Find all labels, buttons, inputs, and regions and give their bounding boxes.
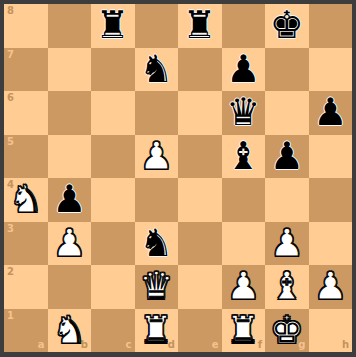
square-c5[interactable]	[91, 135, 135, 179]
piece-black-knight-d3[interactable]: ♞	[139, 222, 173, 266]
square-c1[interactable]: c	[91, 309, 135, 353]
square-d8[interactable]	[135, 4, 179, 48]
square-e7[interactable]	[178, 48, 222, 92]
square-b7[interactable]	[48, 48, 92, 92]
rank-label-8: 8	[7, 6, 14, 16]
piece-white-rook-f1[interactable]: ♜	[226, 309, 260, 353]
square-g3[interactable]: ♟	[265, 222, 309, 266]
square-a8[interactable]: 8	[4, 4, 48, 48]
square-a1[interactable]: 1a	[4, 309, 48, 353]
piece-white-rook-d1[interactable]: ♜	[139, 309, 173, 353]
file-label-a: a	[38, 340, 45, 350]
square-h5[interactable]	[309, 135, 353, 179]
square-f7[interactable]: ♟	[222, 48, 266, 92]
piece-black-rook-c8[interactable]: ♜	[96, 4, 130, 48]
square-d7[interactable]: ♞	[135, 48, 179, 92]
chess-board-frame: 8♜♜♚7♞♟6♛♟5♟♝♟4♞♟3♟♞♟2♛♟♝♟1ab♞cd♜ef♜g♚h	[0, 0, 356, 357]
square-c8[interactable]: ♜	[91, 4, 135, 48]
piece-white-pawn-h2[interactable]: ♟	[313, 265, 347, 309]
square-h4[interactable]	[309, 178, 353, 222]
piece-white-knight-b1[interactable]: ♞	[52, 309, 86, 353]
square-h3[interactable]	[309, 222, 353, 266]
piece-white-pawn-g3[interactable]: ♟	[270, 222, 304, 266]
piece-white-king-g1[interactable]: ♚	[270, 309, 304, 353]
square-e5[interactable]	[178, 135, 222, 179]
square-h1[interactable]: h	[309, 309, 353, 353]
square-g7[interactable]	[265, 48, 309, 92]
chess-board: 8♜♜♚7♞♟6♛♟5♟♝♟4♞♟3♟♞♟2♛♟♝♟1ab♞cd♜ef♜g♚h	[4, 4, 352, 352]
square-g4[interactable]	[265, 178, 309, 222]
square-e2[interactable]	[178, 265, 222, 309]
square-e3[interactable]	[178, 222, 222, 266]
piece-white-queen-d2[interactable]: ♛	[139, 265, 173, 309]
piece-white-pawn-d5[interactable]: ♟	[139, 135, 173, 179]
square-a3[interactable]: 3	[4, 222, 48, 266]
square-c3[interactable]	[91, 222, 135, 266]
square-h6[interactable]: ♟	[309, 91, 353, 135]
piece-black-rook-e8[interactable]: ♜	[183, 4, 217, 48]
file-label-c: c	[126, 340, 132, 350]
square-b6[interactable]	[48, 91, 92, 135]
square-f8[interactable]	[222, 4, 266, 48]
square-b4[interactable]: ♟	[48, 178, 92, 222]
square-f1[interactable]: f♜	[222, 309, 266, 353]
square-g8[interactable]: ♚	[265, 4, 309, 48]
square-d2[interactable]: ♛	[135, 265, 179, 309]
piece-black-knight-d7[interactable]: ♞	[139, 48, 173, 92]
square-c6[interactable]	[91, 91, 135, 135]
piece-white-pawn-f2[interactable]: ♟	[226, 265, 260, 309]
square-a5[interactable]: 5	[4, 135, 48, 179]
square-d4[interactable]	[135, 178, 179, 222]
square-a7[interactable]: 7	[4, 48, 48, 92]
square-e6[interactable]	[178, 91, 222, 135]
file-label-h: h	[342, 340, 349, 350]
piece-black-pawn-h6[interactable]: ♟	[313, 91, 347, 135]
square-g2[interactable]: ♝	[265, 265, 309, 309]
rank-label-1: 1	[7, 311, 14, 321]
piece-black-queen-f6[interactable]: ♛	[226, 91, 260, 135]
square-g1[interactable]: g♚	[265, 309, 309, 353]
square-d5[interactable]: ♟	[135, 135, 179, 179]
square-a4[interactable]: 4♞	[4, 178, 48, 222]
rank-label-3: 3	[7, 224, 14, 234]
square-b3[interactable]: ♟	[48, 222, 92, 266]
square-c7[interactable]	[91, 48, 135, 92]
square-e8[interactable]: ♜	[178, 4, 222, 48]
square-h8[interactable]	[309, 4, 353, 48]
square-e1[interactable]: e	[178, 309, 222, 353]
square-f5[interactable]: ♝	[222, 135, 266, 179]
square-d3[interactable]: ♞	[135, 222, 179, 266]
rank-label-7: 7	[7, 50, 14, 60]
piece-black-king-g8[interactable]: ♚	[270, 4, 304, 48]
rank-label-5: 5	[7, 137, 14, 147]
rank-label-2: 2	[7, 267, 14, 277]
square-f2[interactable]: ♟	[222, 265, 266, 309]
square-b2[interactable]	[48, 265, 92, 309]
piece-black-pawn-g5[interactable]: ♟	[270, 135, 304, 179]
square-g6[interactable]	[265, 91, 309, 135]
piece-white-bishop-g2[interactable]: ♝	[270, 265, 304, 309]
square-b1[interactable]: b♞	[48, 309, 92, 353]
square-f6[interactable]: ♛	[222, 91, 266, 135]
square-f4[interactable]	[222, 178, 266, 222]
square-e4[interactable]	[178, 178, 222, 222]
square-d6[interactable]	[135, 91, 179, 135]
square-h2[interactable]: ♟	[309, 265, 353, 309]
square-f3[interactable]	[222, 222, 266, 266]
square-a6[interactable]: 6	[4, 91, 48, 135]
square-b5[interactable]	[48, 135, 92, 179]
piece-black-bishop-f5[interactable]: ♝	[226, 135, 260, 179]
square-a2[interactable]: 2	[4, 265, 48, 309]
square-b8[interactable]	[48, 4, 92, 48]
piece-white-pawn-b3[interactable]: ♟	[52, 222, 86, 266]
rank-label-6: 6	[7, 93, 14, 103]
file-label-e: e	[212, 340, 219, 350]
square-h7[interactable]	[309, 48, 353, 92]
square-c2[interactable]	[91, 265, 135, 309]
square-d1[interactable]: d♜	[135, 309, 179, 353]
piece-black-pawn-b4[interactable]: ♟	[52, 178, 86, 222]
square-g5[interactable]: ♟	[265, 135, 309, 179]
piece-black-pawn-f7[interactable]: ♟	[226, 48, 260, 92]
square-c4[interactable]	[91, 178, 135, 222]
piece-white-knight-a4[interactable]: ♞	[9, 178, 43, 222]
